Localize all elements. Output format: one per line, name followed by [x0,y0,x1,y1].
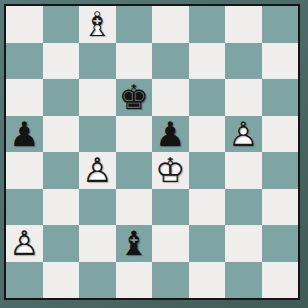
white-bishop-glyph: ♗ [79,6,116,43]
square-b4[interactable] [43,152,80,189]
square-f2[interactable] [189,225,226,262]
square-b3[interactable] [43,189,80,226]
square-e8[interactable] [152,6,189,43]
square-c7[interactable] [79,43,116,80]
piece-black-bishop-d2[interactable]: ♗♝ [116,225,153,262]
square-h1[interactable] [262,262,299,299]
square-a8[interactable] [6,6,43,43]
board-frame: ♝♗♔♚♙♟♙♟♟♙♟♙♚♔♟♙♗♝ [0,0,308,308]
square-d1[interactable] [116,262,153,299]
square-h7[interactable] [262,43,299,80]
square-f5[interactable] [189,116,226,153]
square-d8[interactable] [116,6,153,43]
square-d6[interactable]: ♔♚ [116,79,153,116]
square-h3[interactable] [262,189,299,226]
square-b5[interactable] [43,116,80,153]
square-b7[interactable] [43,43,80,80]
square-c2[interactable] [79,225,116,262]
square-d3[interactable] [116,189,153,226]
square-e1[interactable] [152,262,189,299]
square-g4[interactable] [225,152,262,189]
white-pawn-glyph: ♙ [79,152,116,189]
square-d7[interactable] [116,43,153,80]
piece-white-pawn-c4[interactable]: ♟♙ [79,152,116,189]
square-a3[interactable] [6,189,43,226]
square-d2[interactable]: ♗♝ [116,225,153,262]
white-pawn-glyph: ♙ [225,116,262,153]
square-b1[interactable] [43,262,80,299]
piece-black-king-d6[interactable]: ♔♚ [116,79,153,116]
piece-black-pawn-e5[interactable]: ♙♟ [152,116,189,153]
square-c3[interactable] [79,189,116,226]
black-pawn-glyph: ♟ [152,116,189,153]
square-f7[interactable] [189,43,226,80]
square-d4[interactable] [116,152,153,189]
square-e4[interactable]: ♚♔ [152,152,189,189]
piece-white-bishop-c8[interactable]: ♝♗ [79,6,116,43]
square-g2[interactable] [225,225,262,262]
square-e6[interactable] [152,79,189,116]
square-g5[interactable]: ♟♙ [225,116,262,153]
square-f6[interactable] [189,79,226,116]
square-h4[interactable] [262,152,299,189]
square-f4[interactable] [189,152,226,189]
square-c1[interactable] [79,262,116,299]
board-inner-border: ♝♗♔♚♙♟♙♟♟♙♟♙♚♔♟♙♗♝ [4,4,300,300]
black-king-glyph: ♚ [116,79,153,116]
square-c5[interactable] [79,116,116,153]
square-f1[interactable] [189,262,226,299]
white-king-glyph: ♔ [152,152,189,189]
square-h6[interactable] [262,79,299,116]
square-c8[interactable]: ♝♗ [79,6,116,43]
square-e5[interactable]: ♙♟ [152,116,189,153]
square-e7[interactable] [152,43,189,80]
piece-white-pawn-a2[interactable]: ♟♙ [6,225,43,262]
piece-white-king-e4[interactable]: ♚♔ [152,152,189,189]
square-b8[interactable] [43,6,80,43]
square-e3[interactable] [152,189,189,226]
chess-board: ♝♗♔♚♙♟♙♟♟♙♟♙♚♔♟♙♗♝ [6,6,298,298]
black-pawn-glyph: ♟ [6,116,43,153]
square-c4[interactable]: ♟♙ [79,152,116,189]
white-pawn-glyph: ♙ [6,225,43,262]
square-a2[interactable]: ♟♙ [6,225,43,262]
square-c6[interactable] [79,79,116,116]
square-g1[interactable] [225,262,262,299]
square-f3[interactable] [189,189,226,226]
square-a4[interactable] [6,152,43,189]
square-a5[interactable]: ♙♟ [6,116,43,153]
square-a7[interactable] [6,43,43,80]
square-h8[interactable] [262,6,299,43]
piece-black-pawn-a5[interactable]: ♙♟ [6,116,43,153]
square-a1[interactable] [6,262,43,299]
square-f8[interactable] [189,6,226,43]
square-g8[interactable] [225,6,262,43]
square-b6[interactable] [43,79,80,116]
square-g6[interactable] [225,79,262,116]
square-a6[interactable] [6,79,43,116]
black-bishop-glyph: ♝ [116,225,153,262]
square-g7[interactable] [225,43,262,80]
square-d5[interactable] [116,116,153,153]
square-h2[interactable] [262,225,299,262]
piece-white-pawn-g5[interactable]: ♟♙ [225,116,262,153]
square-b2[interactable] [43,225,80,262]
square-g3[interactable] [225,189,262,226]
square-e2[interactable] [152,225,189,262]
square-h5[interactable] [262,116,299,153]
